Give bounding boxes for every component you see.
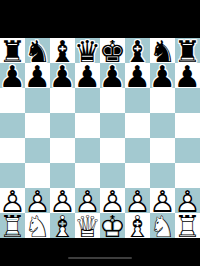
square-d7[interactable]: ♟ (75, 63, 100, 88)
square-f1[interactable]: ♝♗ (125, 213, 150, 238)
square-b1[interactable]: ♞♘ (25, 213, 50, 238)
black-pawn: ♟ (24, 62, 51, 92)
square-c4[interactable] (50, 138, 75, 163)
square-a1[interactable]: ♜♖ (0, 213, 25, 238)
white-knight: ♞♘ (149, 212, 176, 242)
square-c5[interactable] (50, 113, 75, 138)
square-e5[interactable] (100, 113, 125, 138)
square-b7[interactable]: ♟ (25, 63, 50, 88)
white-queen: ♛♕ (74, 212, 101, 242)
white-king: ♚♔ (99, 212, 126, 242)
square-c7[interactable]: ♟ (50, 63, 75, 88)
white-knight: ♞♘ (24, 212, 51, 242)
square-e7[interactable]: ♟ (100, 63, 125, 88)
black-pawn: ♟ (124, 62, 151, 92)
white-rook: ♜♖ (174, 212, 200, 242)
square-h4[interactable] (175, 138, 200, 163)
white-bishop: ♝♗ (124, 212, 151, 242)
square-g5[interactable] (150, 113, 175, 138)
square-f4[interactable] (125, 138, 150, 163)
home-indicator[interactable] (68, 257, 132, 259)
chess-board: ♜♞♝♛♚♝♞♜♟♟♟♟♟♟♟♟♟♙♟♙♟♙♟♙♟♙♟♙♟♙♟♙♜♖♞♘♝♗♛♕… (0, 38, 200, 238)
square-b4[interactable] (25, 138, 50, 163)
black-pawn: ♟ (0, 62, 26, 92)
black-pawn: ♟ (99, 62, 126, 92)
square-d1[interactable]: ♛♕ (75, 213, 100, 238)
white-bishop: ♝♗ (49, 212, 76, 242)
square-e1[interactable]: ♚♔ (100, 213, 125, 238)
square-d4[interactable] (75, 138, 100, 163)
square-h5[interactable] (175, 113, 200, 138)
square-a5[interactable] (0, 113, 25, 138)
square-c1[interactable]: ♝♗ (50, 213, 75, 238)
white-rook: ♜♖ (0, 212, 26, 242)
square-g1[interactable]: ♞♘ (150, 213, 175, 238)
black-pawn: ♟ (174, 62, 200, 92)
square-h1[interactable]: ♜♖ (175, 213, 200, 238)
black-pawn: ♟ (149, 62, 176, 92)
chess-app-screen: ♜♞♝♛♚♝♞♜♟♟♟♟♟♟♟♟♟♙♟♙♟♙♟♙♟♙♟♙♟♙♟♙♜♖♞♘♝♗♛♕… (0, 0, 200, 266)
square-f7[interactable]: ♟ (125, 63, 150, 88)
square-g4[interactable] (150, 138, 175, 163)
square-a4[interactable] (0, 138, 25, 163)
black-pawn: ♟ (74, 62, 101, 92)
square-a7[interactable]: ♟ (0, 63, 25, 88)
square-h7[interactable]: ♟ (175, 63, 200, 88)
square-b5[interactable] (25, 113, 50, 138)
square-d5[interactable] (75, 113, 100, 138)
square-f5[interactable] (125, 113, 150, 138)
black-pawn: ♟ (49, 62, 76, 92)
square-g7[interactable]: ♟ (150, 63, 175, 88)
square-e4[interactable] (100, 138, 125, 163)
top-bar (0, 0, 200, 38)
